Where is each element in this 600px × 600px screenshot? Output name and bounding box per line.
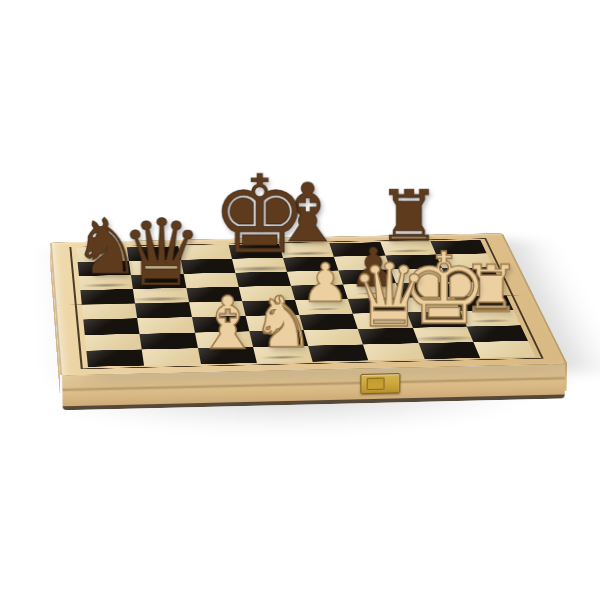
brass-clasp-icon (360, 373, 400, 394)
square-b8 (127, 246, 180, 261)
square-a8 (76, 247, 129, 262)
piece-light-bishop: ♝ (165, 287, 291, 359)
clasp-plate (366, 377, 384, 390)
square-c8 (178, 245, 232, 260)
square-b7 (129, 260, 183, 275)
square-a6 (79, 275, 133, 290)
product-photo: ♝♜♚♞♛♟♟♜♟♛♚♝♞ (0, 0, 600, 600)
square-c7 (180, 259, 235, 274)
square-a7 (78, 261, 132, 276)
chess-set-scene: ♝♜♚♞♛♟♟♜♟♛♚♝♞ (50, 233, 568, 376)
